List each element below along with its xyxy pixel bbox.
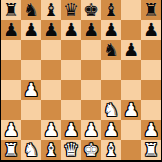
piece-black-knight: ♞: [103, 40, 119, 60]
square-g2[interactable]: [121, 120, 141, 140]
square-g7[interactable]: [121, 20, 141, 40]
piece-white-pawn: ♟: [143, 120, 159, 140]
piece-black-pawn: ♟: [3, 20, 19, 40]
square-h4[interactable]: [141, 80, 161, 100]
square-a6[interactable]: [1, 40, 21, 60]
piece-black-pawn: ♟: [43, 20, 59, 40]
square-c4[interactable]: [41, 80, 61, 100]
piece-white-pawn: ♟: [123, 100, 139, 120]
piece-white-bishop: ♝: [43, 140, 59, 160]
square-d3[interactable]: [61, 100, 81, 120]
square-d4[interactable]: [61, 80, 81, 100]
square-b4[interactable]: ♟: [21, 80, 41, 100]
square-d7[interactable]: ♟: [61, 20, 81, 40]
square-e1[interactable]: ♚: [81, 140, 101, 160]
square-b6[interactable]: [21, 40, 41, 60]
square-f6[interactable]: ♞: [101, 40, 121, 60]
square-b1[interactable]: ♞: [21, 140, 41, 160]
square-c6[interactable]: [41, 40, 61, 60]
piece-white-pawn: ♟: [3, 120, 19, 140]
piece-black-pawn: ♟: [103, 20, 119, 40]
square-e8[interactable]: ♚: [81, 0, 101, 20]
square-a3[interactable]: [1, 100, 21, 120]
square-e7[interactable]: ♟: [81, 20, 101, 40]
square-d5[interactable]: [61, 60, 81, 80]
square-h2[interactable]: ♟: [141, 120, 161, 140]
piece-black-bishop: ♝: [43, 0, 59, 20]
piece-black-king: ♚: [83, 0, 99, 20]
square-c1[interactable]: ♝: [41, 140, 61, 160]
square-b8[interactable]: ♞: [21, 0, 41, 20]
piece-white-queen: ♛: [63, 140, 79, 160]
square-d8[interactable]: ♛: [61, 0, 81, 20]
piece-black-rook: ♜: [143, 0, 159, 20]
square-h7[interactable]: ♟: [141, 20, 161, 40]
square-a4[interactable]: [1, 80, 21, 100]
piece-white-bishop: ♝: [103, 140, 119, 160]
square-f2[interactable]: ♟: [101, 120, 121, 140]
chess-board: ♜♞♝♛♚♝♜♟♟♟♟♟♟♟♞♟♟♞♟♟♟♟♟♟♟♜♞♝♛♚♝♜: [1, 0, 161, 160]
chess-board-frame: ♜♞♝♛♚♝♜♟♟♟♟♟♟♟♞♟♟♞♟♟♟♟♟♟♟♜♞♝♛♚♝♜: [0, 0, 162, 162]
square-c5[interactable]: [41, 60, 61, 80]
piece-white-rook: ♜: [3, 140, 19, 160]
square-h6[interactable]: [141, 40, 161, 60]
piece-white-pawn: ♟: [103, 120, 119, 140]
square-h1[interactable]: ♜: [141, 140, 161, 160]
square-h8[interactable]: ♜: [141, 0, 161, 20]
square-e2[interactable]: ♟: [81, 120, 101, 140]
piece-white-rook: ♜: [143, 140, 159, 160]
piece-black-bishop: ♝: [103, 0, 119, 20]
piece-white-pawn: ♟: [23, 80, 39, 100]
square-e3[interactable]: [81, 100, 101, 120]
square-c2[interactable]: ♟: [41, 120, 61, 140]
square-d2[interactable]: ♟: [61, 120, 81, 140]
square-d1[interactable]: ♛: [61, 140, 81, 160]
square-g4[interactable]: [121, 80, 141, 100]
piece-white-knight: ♞: [103, 100, 119, 120]
square-b5[interactable]: [21, 60, 41, 80]
square-b3[interactable]: [21, 100, 41, 120]
piece-black-rook: ♜: [3, 0, 19, 20]
square-c3[interactable]: [41, 100, 61, 120]
piece-black-pawn: ♟: [23, 20, 39, 40]
piece-black-pawn: ♟: [123, 40, 139, 60]
square-a8[interactable]: ♜: [1, 0, 21, 20]
square-a2[interactable]: ♟: [1, 120, 21, 140]
square-e6[interactable]: [81, 40, 101, 60]
piece-black-pawn: ♟: [63, 20, 79, 40]
square-g1[interactable]: [121, 140, 141, 160]
piece-black-queen: ♛: [63, 0, 79, 20]
square-c7[interactable]: ♟: [41, 20, 61, 40]
square-e4[interactable]: [81, 80, 101, 100]
square-h5[interactable]: [141, 60, 161, 80]
square-g5[interactable]: [121, 60, 141, 80]
square-g3[interactable]: ♟: [121, 100, 141, 120]
square-f4[interactable]: [101, 80, 121, 100]
square-f1[interactable]: ♝: [101, 140, 121, 160]
square-g8[interactable]: [121, 0, 141, 20]
square-g6[interactable]: ♟: [121, 40, 141, 60]
square-f7[interactable]: ♟: [101, 20, 121, 40]
square-b2[interactable]: [21, 120, 41, 140]
piece-white-king: ♚: [83, 140, 99, 160]
piece-white-pawn: ♟: [63, 120, 79, 140]
square-f8[interactable]: ♝: [101, 0, 121, 20]
square-f5[interactable]: [101, 60, 121, 80]
square-a7[interactable]: ♟: [1, 20, 21, 40]
piece-black-pawn: ♟: [143, 20, 159, 40]
square-e5[interactable]: [81, 60, 101, 80]
piece-white-pawn: ♟: [83, 120, 99, 140]
piece-white-pawn: ♟: [43, 120, 59, 140]
square-f3[interactable]: ♞: [101, 100, 121, 120]
square-c8[interactable]: ♝: [41, 0, 61, 20]
square-a1[interactable]: ♜: [1, 140, 21, 160]
piece-black-knight: ♞: [23, 0, 39, 20]
piece-black-pawn: ♟: [83, 20, 99, 40]
square-d6[interactable]: [61, 40, 81, 60]
square-b7[interactable]: ♟: [21, 20, 41, 40]
piece-white-knight: ♞: [23, 140, 39, 160]
square-h3[interactable]: [141, 100, 161, 120]
square-a5[interactable]: [1, 60, 21, 80]
